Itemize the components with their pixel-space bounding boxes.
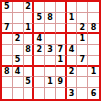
- sudoku-cell-r1c8[interactable]: [77, 2, 88, 13]
- sudoku-cell-r6c1[interactable]: [2, 56, 13, 67]
- sudoku-cell-r5c6[interactable]: 7: [56, 45, 67, 56]
- sudoku-cell-r3c6[interactable]: [56, 24, 67, 35]
- sudoku-cell-r3c9[interactable]: 8: [88, 24, 99, 35]
- sudoku-cell-r2c1[interactable]: [2, 13, 13, 24]
- sudoku-cell-r7c7[interactable]: 2: [67, 67, 78, 78]
- sudoku-cell-r2c9[interactable]: [88, 13, 99, 24]
- sudoku-cell-r6c2[interactable]: 5: [13, 56, 24, 67]
- sudoku-cell-r7c3[interactable]: [24, 67, 35, 78]
- sudoku-cell-r9c1[interactable]: [2, 88, 13, 99]
- sudoku-cell-r4c5[interactable]: [45, 34, 56, 45]
- sudoku-cell-r8c5[interactable]: 1: [45, 77, 56, 88]
- sudoku-cell-r4c3[interactable]: [24, 34, 35, 45]
- sudoku-cell-r4c7[interactable]: [67, 34, 78, 45]
- sudoku-cell-r5c3[interactable]: 8: [24, 45, 35, 56]
- sudoku-cell-r8c2[interactable]: [13, 77, 24, 88]
- sudoku-cell-r6c6[interactable]: 1: [56, 56, 67, 67]
- sudoku-cell-r1c2[interactable]: [13, 2, 24, 13]
- sudoku-cell-r7c6[interactable]: [56, 67, 67, 78]
- sudoku-cell-r8c8[interactable]: [77, 77, 88, 88]
- sudoku-cell-r7c2[interactable]: 4: [13, 67, 24, 78]
- sudoku-cell-r7c5[interactable]: [45, 67, 56, 78]
- sudoku-cell-r1c7[interactable]: [67, 2, 78, 13]
- sudoku-cell-r4c8[interactable]: 1: [77, 34, 88, 45]
- sudoku-cell-r8c4[interactable]: [34, 77, 45, 88]
- sudoku-cell-r8c9[interactable]: [88, 77, 99, 88]
- sudoku-cell-r6c4[interactable]: [34, 56, 45, 67]
- sudoku-cell-r4c9[interactable]: [88, 34, 99, 45]
- sudoku-cell-r9c2[interactable]: [13, 88, 24, 99]
- sudoku-cell-r3c8[interactable]: 2: [77, 24, 88, 35]
- sudoku-cell-r1c6[interactable]: [56, 2, 67, 13]
- sudoku-cell-r8c3[interactable]: 5: [24, 77, 35, 88]
- sudoku-cell-r2c2[interactable]: [13, 13, 24, 24]
- sudoku-cell-r9c4[interactable]: [34, 88, 45, 99]
- sudoku-cell-r1c5[interactable]: [45, 2, 56, 13]
- sudoku-cell-r2c8[interactable]: [77, 13, 88, 24]
- sudoku-cell-r3c1[interactable]: 7: [2, 24, 13, 35]
- sudoku-cell-r6c8[interactable]: 7: [77, 56, 88, 67]
- sudoku-cell-r4c1[interactable]: [2, 34, 13, 45]
- sudoku-cell-r9c3[interactable]: [24, 88, 35, 99]
- sudoku-cell-r2c6[interactable]: [56, 13, 67, 24]
- sudoku-cell-r5c5[interactable]: 3: [45, 45, 56, 56]
- sudoku-cell-r2c7[interactable]: 1: [67, 13, 78, 24]
- sudoku-cell-r9c5[interactable]: [45, 88, 56, 99]
- sudoku-cell-r4c4[interactable]: 4: [34, 34, 45, 45]
- sudoku-cell-r3c4[interactable]: [34, 24, 45, 35]
- sudoku-cell-r2c5[interactable]: 8: [45, 13, 56, 24]
- sudoku-cell-r6c9[interactable]: [88, 56, 99, 67]
- sudoku-cell-r8c6[interactable]: 9: [56, 77, 67, 88]
- sudoku-cell-r5c9[interactable]: [88, 45, 99, 56]
- sudoku-cell-r1c1[interactable]: 5: [2, 2, 13, 13]
- sudoku-cell-r7c1[interactable]: 8: [2, 67, 13, 78]
- sudoku-cell-r5c7[interactable]: 4: [67, 45, 78, 56]
- sudoku-cell-r3c3[interactable]: 1: [24, 24, 35, 35]
- sudoku-cell-r1c9[interactable]: [88, 2, 99, 13]
- sudoku-cell-r9c8[interactable]: [77, 88, 88, 99]
- sudoku-cell-r5c1[interactable]: [2, 45, 13, 56]
- sudoku-cell-r7c9[interactable]: 1: [88, 67, 99, 78]
- sudoku-cell-r6c5[interactable]: [45, 56, 56, 67]
- sudoku-cell-r5c4[interactable]: 2: [34, 45, 45, 56]
- sudoku-cell-r9c6[interactable]: [56, 88, 67, 99]
- sudoku-cell-r7c4[interactable]: [34, 67, 45, 78]
- sudoku-cell-r1c4[interactable]: [34, 2, 45, 13]
- sudoku-cell-r3c7[interactable]: [67, 24, 78, 35]
- sudoku-cell-r3c2[interactable]: [13, 24, 24, 35]
- sudoku-cell-r6c7[interactable]: [67, 56, 78, 67]
- sudoku-board: 52581712824182374517842151936: [0, 0, 101, 101]
- sudoku-cell-r7c8[interactable]: [77, 67, 88, 78]
- sudoku-cell-r6c3[interactable]: [24, 56, 35, 67]
- sudoku-cell-r1c3[interactable]: 2: [24, 2, 35, 13]
- sudoku-cell-r5c2[interactable]: [13, 45, 24, 56]
- sudoku-cell-r5c8[interactable]: [77, 45, 88, 56]
- sudoku-cell-r4c6[interactable]: [56, 34, 67, 45]
- sudoku-cell-r9c7[interactable]: 3: [67, 88, 78, 99]
- sudoku-cell-r8c7[interactable]: [67, 77, 78, 88]
- sudoku-cell-r8c1[interactable]: [2, 77, 13, 88]
- sudoku-cell-r2c3[interactable]: [24, 13, 35, 24]
- sudoku-cell-r9c9[interactable]: 6: [88, 88, 99, 99]
- sudoku-cell-r3c5[interactable]: [45, 24, 56, 35]
- sudoku-cell-r4c2[interactable]: 2: [13, 34, 24, 45]
- sudoku-cell-r2c4[interactable]: 5: [34, 13, 45, 24]
